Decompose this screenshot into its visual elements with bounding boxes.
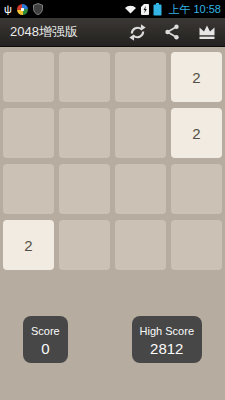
cell-empty-r1c1	[3, 52, 54, 102]
cell-empty-r3c2	[59, 164, 110, 214]
high-score-box: High Score 2812	[132, 316, 202, 363]
app-bar: 2048增强版	[0, 18, 225, 47]
app-bar-actions	[126, 21, 218, 43]
share-icon	[164, 24, 180, 40]
cell-empty-r2c3	[115, 108, 166, 158]
phone-screen: ψ 上午 10:58 2048增强版	[0, 0, 225, 400]
pinwheel-app-icon	[17, 4, 28, 15]
board-area: 222 Score 0 High Score 2812	[0, 47, 225, 400]
shield-icon	[33, 3, 43, 15]
cell-empty-r1c2	[59, 52, 110, 102]
app-title: 2048增强版	[10, 23, 126, 41]
cell-empty-r2c1	[3, 108, 54, 158]
high-score-label: High Score	[140, 324, 194, 339]
cell-empty-r4c4	[171, 220, 222, 270]
cell-empty-r4c2	[59, 220, 110, 270]
tile-2: 2	[3, 220, 54, 270]
crown-icon	[197, 24, 217, 40]
share-button[interactable]	[161, 21, 183, 43]
refresh-button[interactable]	[126, 21, 148, 43]
cell-empty-r3c3	[115, 164, 166, 214]
cell-empty-r4c3	[115, 220, 166, 270]
high-score-value: 2812	[150, 339, 183, 358]
board-grid[interactable]: 222	[3, 52, 222, 270]
tile-2: 2	[171, 52, 222, 102]
score-label: Score	[31, 324, 60, 339]
leaderboard-button[interactable]	[196, 21, 218, 43]
status-bar: ψ 上午 10:58	[0, 0, 225, 18]
status-right-icons: 上午 10:58	[124, 0, 221, 18]
score-box: Score 0	[23, 316, 68, 363]
cell-empty-r2c2	[59, 108, 110, 158]
usb-icon: ψ	[4, 4, 12, 15]
tile-2: 2	[171, 108, 222, 158]
sim-card-icon	[141, 4, 149, 15]
battery-icon	[153, 3, 162, 16]
score-value: 0	[41, 339, 49, 358]
status-left-icons: ψ	[4, 3, 43, 15]
cell-empty-r1c3	[115, 52, 166, 102]
cell-empty-r3c1	[3, 164, 54, 214]
refresh-icon	[128, 23, 147, 42]
status-clock: 上午 10:58	[168, 0, 221, 18]
score-panel: Score 0 High Score 2812	[23, 316, 202, 363]
wifi-icon	[124, 4, 137, 14]
cell-empty-r3c4	[171, 164, 222, 214]
